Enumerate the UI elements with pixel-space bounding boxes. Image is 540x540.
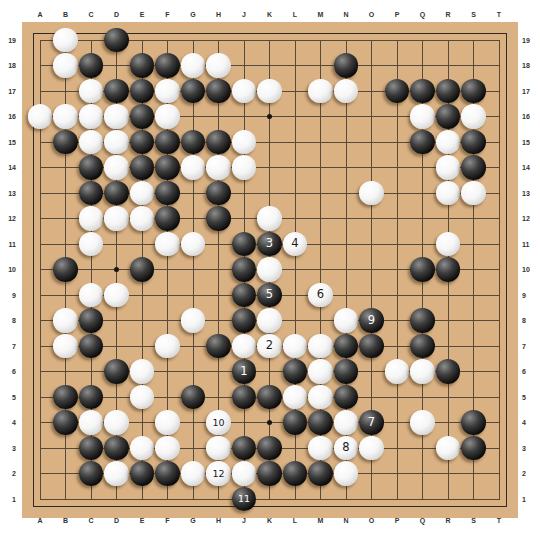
coord-label-left-9: 9 xyxy=(0,291,16,300)
coord-label-top-D: D xyxy=(108,10,126,19)
stone-black-R16 xyxy=(436,104,461,129)
coord-label-right-11: 11 xyxy=(522,240,540,249)
coord-label-top-P: P xyxy=(388,10,406,19)
coord-label-right-5: 5 xyxy=(522,393,540,402)
stone-white-C4 xyxy=(79,410,104,435)
stone-black-B10 xyxy=(53,257,78,282)
stone-black-F15 xyxy=(155,130,180,155)
stone-black-L6 xyxy=(283,359,308,384)
stone-black-Q7 xyxy=(410,334,435,359)
coord-label-left-10: 10 xyxy=(0,265,16,274)
stone-black-L4 xyxy=(283,410,308,435)
coord-label-left-14: 14 xyxy=(0,163,16,172)
stone-black-D19 xyxy=(104,28,129,53)
stone-black-N18 xyxy=(334,53,359,78)
stone-white-S16 xyxy=(461,104,486,129)
move-number: 5 xyxy=(266,289,273,301)
go-board-diagram: AABBCCDDEEFFGGHHJJKKLLMMNNOOPPQQRRSSTT19… xyxy=(0,0,540,540)
coord-label-right-17: 17 xyxy=(522,87,540,96)
coord-label-top-N: N xyxy=(337,10,355,19)
stone-white-Q4 xyxy=(410,410,435,435)
move-number: 2 xyxy=(266,340,273,352)
coord-label-bottom-A: A xyxy=(31,516,49,525)
coord-label-right-4: 4 xyxy=(522,418,540,427)
stone-black-H12 xyxy=(206,206,231,231)
stone-black-K3 xyxy=(257,436,282,461)
coord-label-top-E: E xyxy=(133,10,151,19)
move-number: 9 xyxy=(368,315,375,327)
grid-line-vertical xyxy=(397,40,398,500)
coord-label-top-F: F xyxy=(159,10,177,19)
stone-white-K7: 2 xyxy=(257,334,282,359)
stone-white-M5 xyxy=(308,385,333,410)
coord-label-bottom-J: J xyxy=(235,516,253,525)
coord-label-right-10: 10 xyxy=(522,265,540,274)
stone-white-A16 xyxy=(28,104,53,129)
move-number: 4 xyxy=(291,238,298,250)
coord-label-bottom-R: R xyxy=(439,516,457,525)
coord-label-left-6: 6 xyxy=(0,367,16,376)
coord-label-right-12: 12 xyxy=(522,214,540,223)
stone-white-K12 xyxy=(257,206,282,231)
coord-label-top-H: H xyxy=(210,10,228,19)
stone-black-Q10 xyxy=(410,257,435,282)
stone-white-F7 xyxy=(155,334,180,359)
coord-label-bottom-O: O xyxy=(363,516,381,525)
coord-label-left-7: 7 xyxy=(0,342,16,351)
coord-label-top-C: C xyxy=(82,10,100,19)
stone-black-K2 xyxy=(257,461,282,486)
coord-label-bottom-L: L xyxy=(286,516,304,525)
stone-black-F18 xyxy=(155,53,180,78)
coord-label-right-6: 6 xyxy=(522,367,540,376)
coord-label-top-J: J xyxy=(235,10,253,19)
coord-label-bottom-K: K xyxy=(261,516,279,525)
stone-white-D2 xyxy=(104,461,129,486)
coord-label-bottom-M: M xyxy=(312,516,330,525)
star-point xyxy=(267,420,272,425)
stone-white-F17 xyxy=(155,79,180,104)
stone-black-Q8 xyxy=(410,308,435,333)
stone-black-D6 xyxy=(104,359,129,384)
stone-black-C2 xyxy=(79,461,104,486)
grid-line-horizontal xyxy=(40,499,500,500)
stone-black-K5 xyxy=(257,385,282,410)
star-point xyxy=(114,267,119,272)
stone-black-S3 xyxy=(461,436,486,461)
coord-label-left-5: 5 xyxy=(0,393,16,402)
coord-label-bottom-B: B xyxy=(57,516,75,525)
stone-white-K10 xyxy=(257,257,282,282)
coord-label-right-8: 8 xyxy=(522,316,540,325)
stone-black-S14 xyxy=(461,155,486,180)
stone-black-C8 xyxy=(79,308,104,333)
coord-label-right-14: 14 xyxy=(522,163,540,172)
stone-white-O13 xyxy=(359,181,384,206)
stone-white-K8 xyxy=(257,308,282,333)
move-number: 3 xyxy=(266,238,273,250)
stone-black-J8 xyxy=(232,308,257,333)
coord-label-bottom-Q: Q xyxy=(414,516,432,525)
stone-black-B15 xyxy=(53,130,78,155)
stone-white-F4 xyxy=(155,410,180,435)
coord-label-top-M: M xyxy=(312,10,330,19)
stone-white-G8 xyxy=(181,308,206,333)
move-number: 12 xyxy=(212,469,224,479)
stone-white-H4: 10 xyxy=(206,410,231,435)
coord-label-right-13: 13 xyxy=(522,189,540,198)
stone-black-R10 xyxy=(436,257,461,282)
coord-label-left-15: 15 xyxy=(0,138,16,147)
stone-white-O3 xyxy=(359,436,384,461)
coord-label-right-7: 7 xyxy=(522,342,540,351)
stone-white-M7 xyxy=(308,334,333,359)
coord-label-top-S: S xyxy=(465,10,483,19)
stone-black-E14 xyxy=(130,155,155,180)
coord-label-right-18: 18 xyxy=(522,61,540,70)
move-number: 11 xyxy=(238,494,250,504)
coord-label-bottom-F: F xyxy=(159,516,177,525)
stone-black-S17 xyxy=(461,79,486,104)
stone-black-J6: 1 xyxy=(232,359,257,384)
stone-black-E2 xyxy=(130,461,155,486)
coord-label-left-13: 13 xyxy=(0,189,16,198)
stone-black-E16 xyxy=(130,104,155,129)
stone-black-O8: 9 xyxy=(359,308,384,333)
stone-black-D3 xyxy=(104,436,129,461)
move-number: 1 xyxy=(240,366,247,378)
stone-black-C18 xyxy=(79,53,104,78)
stone-black-F2 xyxy=(155,461,180,486)
stone-black-F12 xyxy=(155,206,180,231)
stone-black-H7 xyxy=(206,334,231,359)
stone-black-O7 xyxy=(359,334,384,359)
coord-label-top-G: G xyxy=(184,10,202,19)
coord-label-left-18: 18 xyxy=(0,61,16,70)
stone-white-E12 xyxy=(130,206,155,231)
stone-black-O4: 7 xyxy=(359,410,384,435)
stone-white-C16 xyxy=(79,104,104,129)
stone-white-B19 xyxy=(53,28,78,53)
stone-black-E18 xyxy=(130,53,155,78)
stone-white-M17 xyxy=(308,79,333,104)
grid-line-vertical xyxy=(499,40,500,500)
stone-black-B5 xyxy=(53,385,78,410)
coord-label-right-3: 3 xyxy=(522,444,540,453)
coord-label-bottom-E: E xyxy=(133,516,151,525)
stone-black-Q15 xyxy=(410,130,435,155)
stone-black-F14 xyxy=(155,155,180,180)
coord-label-bottom-C: C xyxy=(82,516,100,525)
stone-white-F16 xyxy=(155,104,180,129)
coord-label-right-16: 16 xyxy=(522,112,540,121)
coord-label-right-15: 15 xyxy=(522,138,540,147)
stone-black-M2 xyxy=(308,461,333,486)
star-point xyxy=(267,114,272,119)
coord-label-bottom-P: P xyxy=(388,516,406,525)
stone-white-N4 xyxy=(334,410,359,435)
coord-label-top-K: K xyxy=(261,10,279,19)
stone-black-Q17 xyxy=(410,79,435,104)
stone-black-H15 xyxy=(206,130,231,155)
stone-white-S13 xyxy=(461,181,486,206)
move-number: 8 xyxy=(342,442,349,454)
stone-white-C12 xyxy=(79,206,104,231)
coord-label-left-17: 17 xyxy=(0,87,16,96)
stone-black-D17 xyxy=(104,79,129,104)
stone-white-D14 xyxy=(104,155,129,180)
stone-white-N2 xyxy=(334,461,359,486)
stone-white-B7 xyxy=(53,334,78,359)
coord-label-top-A: A xyxy=(31,10,49,19)
stone-black-C14 xyxy=(79,155,104,180)
stone-white-M6 xyxy=(308,359,333,384)
stone-black-E10 xyxy=(130,257,155,282)
stone-white-H3 xyxy=(206,436,231,461)
coord-label-right-19: 19 xyxy=(522,36,540,45)
coord-label-left-11: 11 xyxy=(0,240,16,249)
coord-label-left-1: 1 xyxy=(0,495,16,504)
stone-white-F11 xyxy=(155,232,180,257)
stone-white-H2: 12 xyxy=(206,461,231,486)
stone-white-R14 xyxy=(436,155,461,180)
stone-white-G14 xyxy=(181,155,206,180)
stone-white-D9 xyxy=(104,283,129,308)
coord-label-bottom-G: G xyxy=(184,516,202,525)
move-number: 7 xyxy=(368,417,375,429)
stone-black-R6 xyxy=(436,359,461,384)
stone-white-B8 xyxy=(53,308,78,333)
stone-white-K17 xyxy=(257,79,282,104)
stone-white-H18 xyxy=(206,53,231,78)
coord-label-left-19: 19 xyxy=(0,36,16,45)
stone-black-L2 xyxy=(283,461,308,486)
coord-label-right-2: 2 xyxy=(522,469,540,478)
stone-white-D15 xyxy=(104,130,129,155)
stone-white-G18 xyxy=(181,53,206,78)
stone-white-N8 xyxy=(334,308,359,333)
stone-black-J10 xyxy=(232,257,257,282)
stone-white-D4 xyxy=(104,410,129,435)
stone-white-B18 xyxy=(53,53,78,78)
move-number: 10 xyxy=(212,418,224,428)
stone-white-B16 xyxy=(53,104,78,129)
stone-white-M9: 6 xyxy=(308,283,333,308)
coord-label-top-R: R xyxy=(439,10,457,19)
stone-black-S15 xyxy=(461,130,486,155)
stone-black-D13 xyxy=(104,181,129,206)
stone-black-H13 xyxy=(206,181,231,206)
coord-label-top-B: B xyxy=(57,10,75,19)
coord-label-left-16: 16 xyxy=(0,112,16,121)
stone-white-F3 xyxy=(155,436,180,461)
coord-label-top-O: O xyxy=(363,10,381,19)
stone-black-F13 xyxy=(155,181,180,206)
coord-label-right-1: 1 xyxy=(522,495,540,504)
stone-black-M4 xyxy=(308,410,333,435)
stone-black-K9: 5 xyxy=(257,283,282,308)
coord-label-top-Q: Q xyxy=(414,10,432,19)
coord-label-top-T: T xyxy=(490,10,508,19)
stone-white-Q16 xyxy=(410,104,435,129)
stone-black-H17 xyxy=(206,79,231,104)
stone-white-J2 xyxy=(232,461,257,486)
stone-white-H14 xyxy=(206,155,231,180)
coord-label-bottom-H: H xyxy=(210,516,228,525)
stone-white-M3 xyxy=(308,436,333,461)
coord-label-bottom-S: S xyxy=(465,516,483,525)
stone-white-Q6 xyxy=(410,359,435,384)
coord-label-left-3: 3 xyxy=(0,444,16,453)
stone-white-D12 xyxy=(104,206,129,231)
stone-black-S4 xyxy=(461,410,486,435)
coord-label-left-4: 4 xyxy=(0,418,16,427)
coord-label-bottom-D: D xyxy=(108,516,126,525)
coord-label-left-12: 12 xyxy=(0,214,16,223)
stone-white-D16 xyxy=(104,104,129,129)
coord-label-left-8: 8 xyxy=(0,316,16,325)
stone-black-N6 xyxy=(334,359,359,384)
coord-label-bottom-T: T xyxy=(490,516,508,525)
move-number: 6 xyxy=(317,289,324,301)
stone-white-E6 xyxy=(130,359,155,384)
coord-label-left-2: 2 xyxy=(0,469,16,478)
coord-label-top-L: L xyxy=(286,10,304,19)
stone-black-B4 xyxy=(53,410,78,435)
coord-label-bottom-N: N xyxy=(337,516,355,525)
stone-white-G2 xyxy=(181,461,206,486)
stone-black-K11: 3 xyxy=(257,232,282,257)
coord-label-right-9: 9 xyxy=(522,291,540,300)
stone-white-P6 xyxy=(385,359,410,384)
stone-white-J14 xyxy=(232,155,257,180)
